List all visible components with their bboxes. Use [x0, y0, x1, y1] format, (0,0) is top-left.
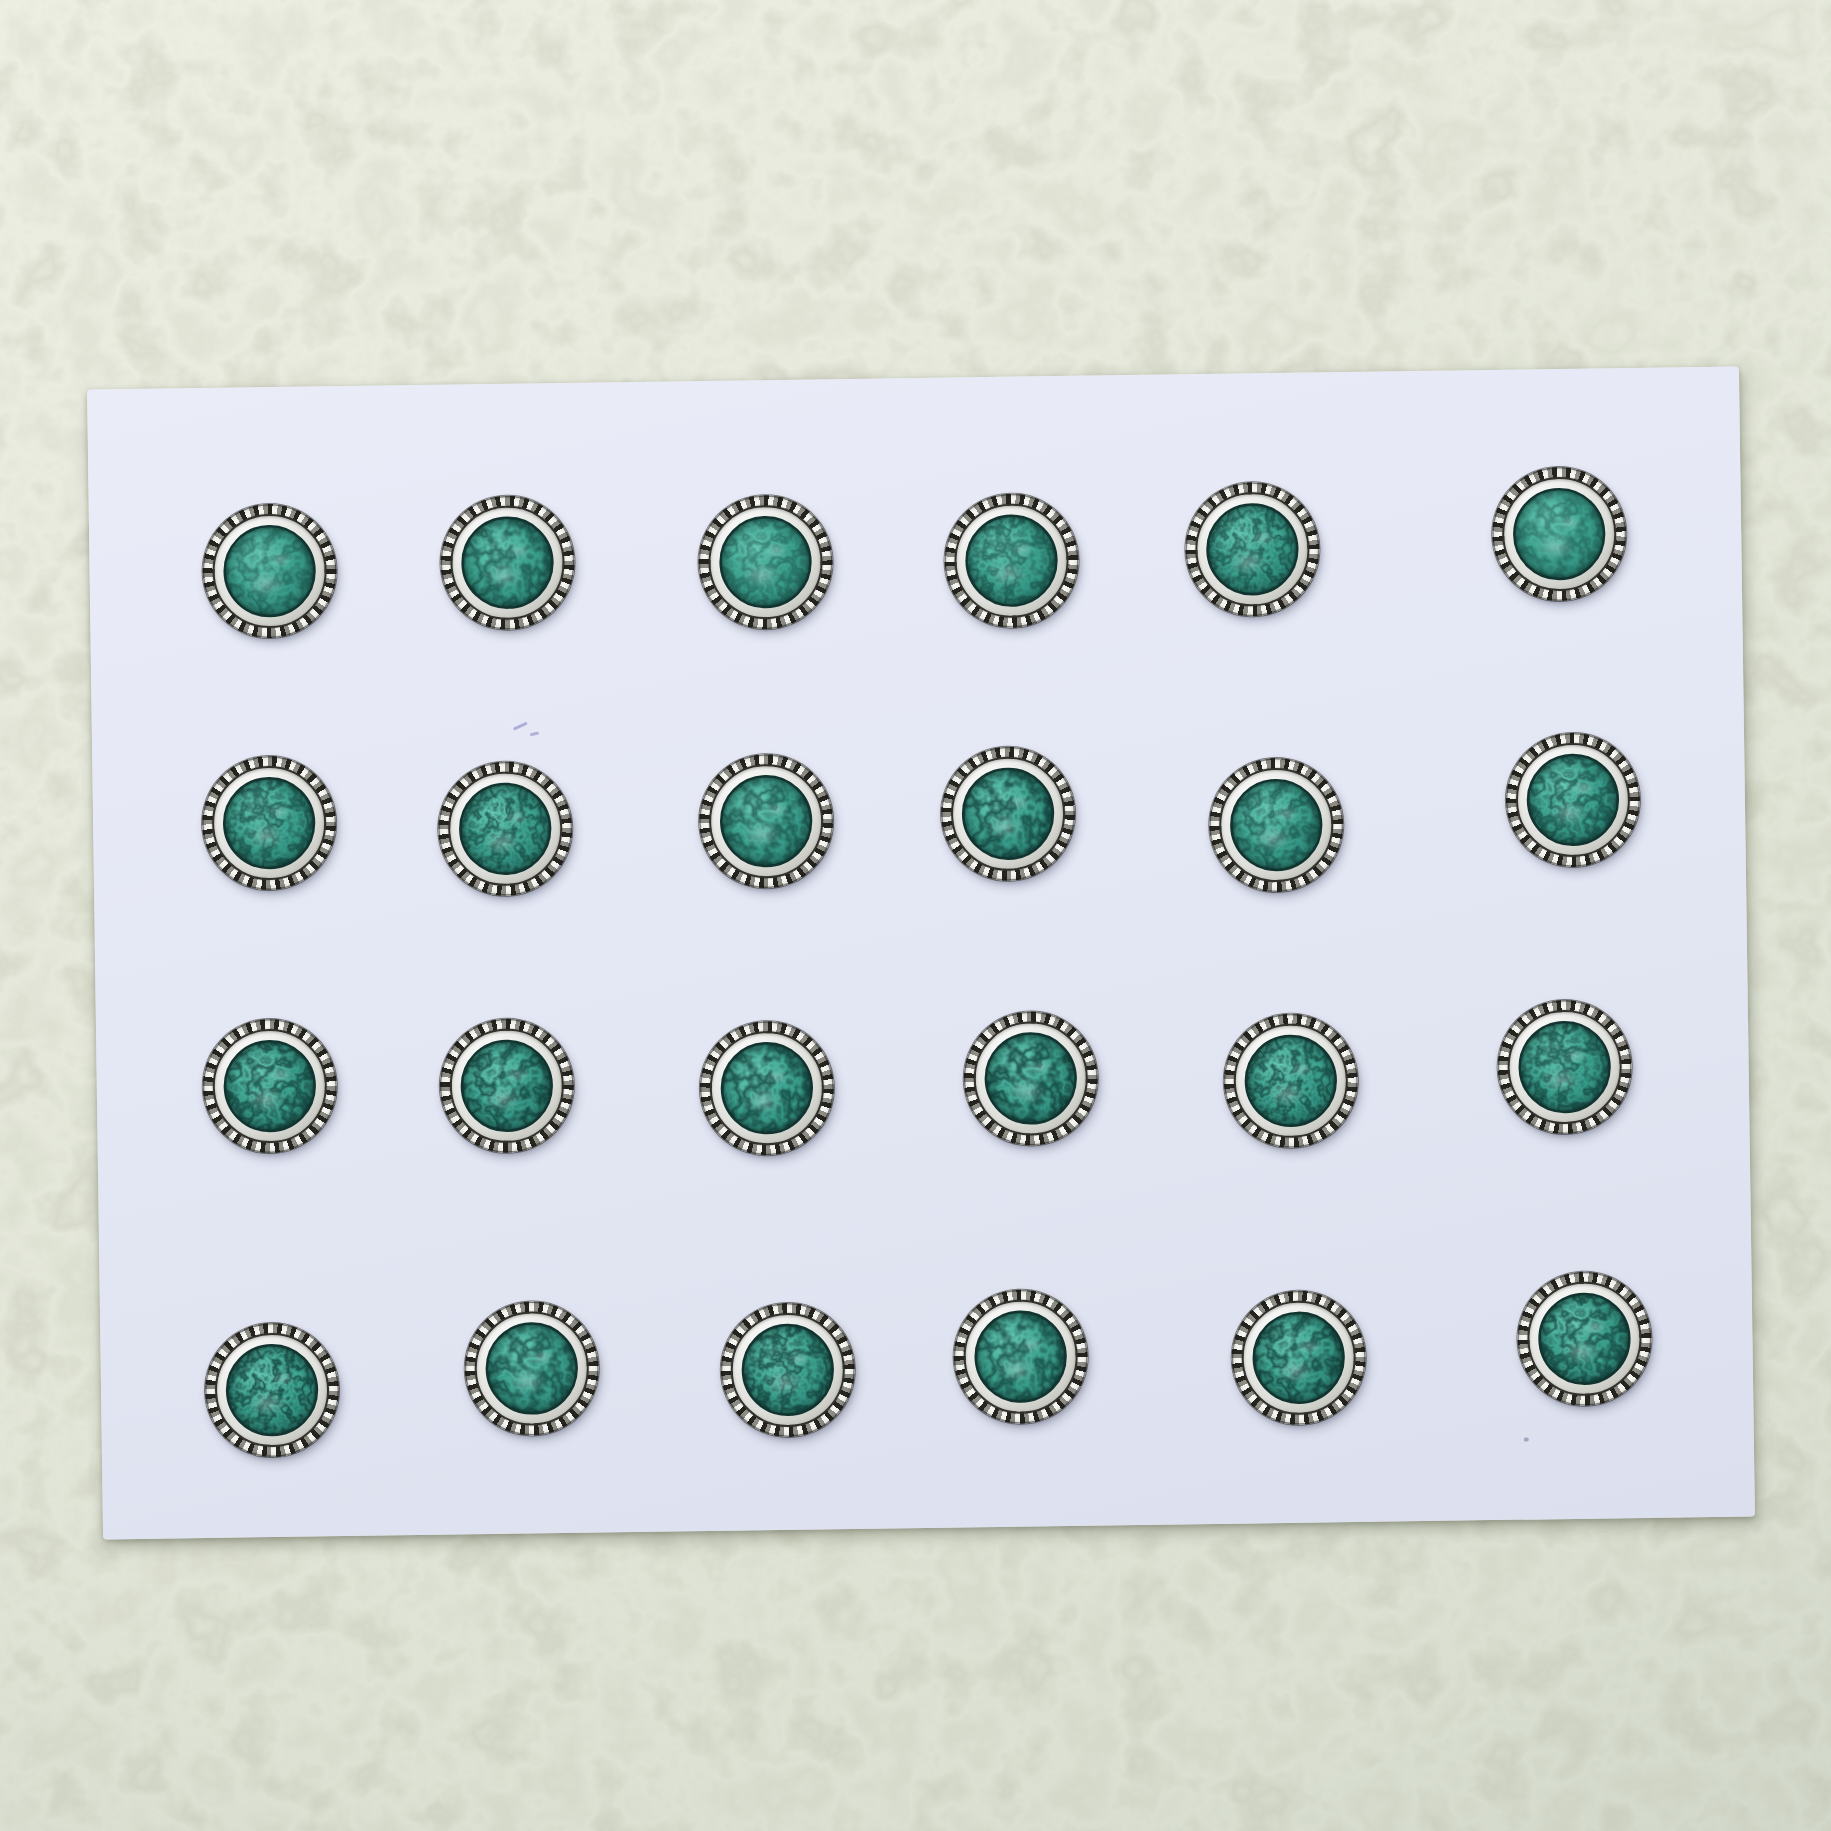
card-marks: [87, 367, 1755, 1540]
card-mark: [530, 732, 539, 736]
display-card: [87, 367, 1755, 1540]
card-mark: [513, 722, 528, 731]
photo-canvas: Twelve pairs of round turquoise stud ear…: [0, 0, 1831, 1831]
card-mark: [1524, 1438, 1529, 1442]
